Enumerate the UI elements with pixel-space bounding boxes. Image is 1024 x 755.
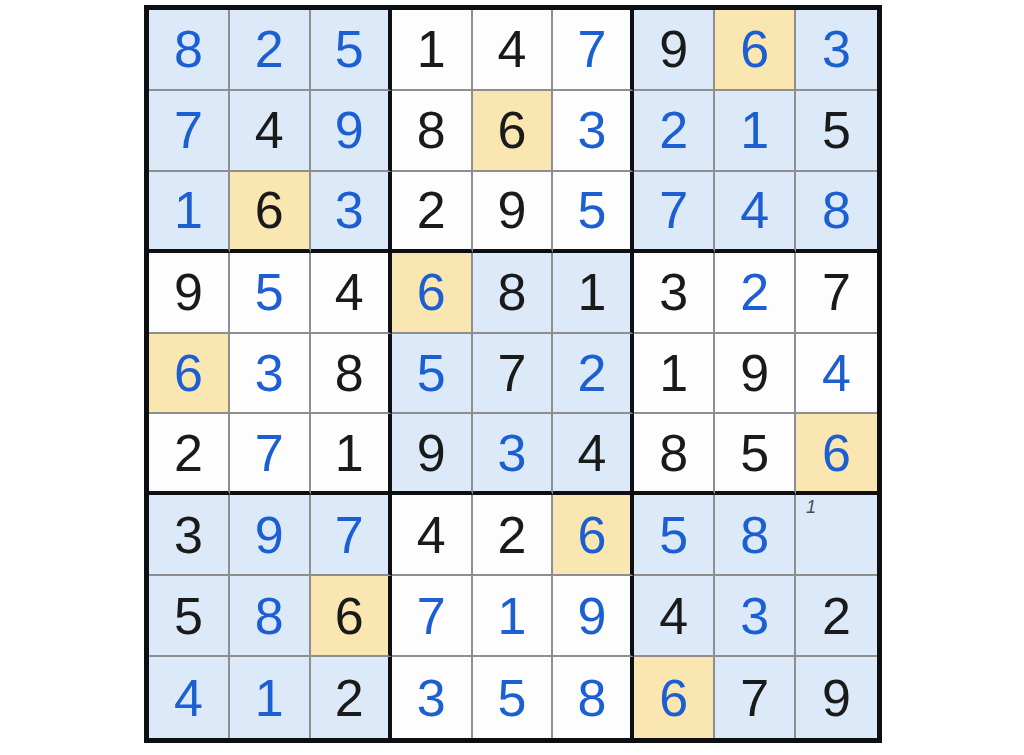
digit: 6 <box>255 184 284 236</box>
cell-r5c3[interactable]: 8 <box>311 334 392 415</box>
cell-r5c9[interactable]: 4 <box>796 334 877 415</box>
cell-r3c9[interactable]: 8 <box>796 172 877 253</box>
digit: 7 <box>577 23 606 75</box>
digit: 8 <box>822 184 851 236</box>
cell-r7c2[interactable]: 9 <box>230 495 311 576</box>
cell-r3c2[interactable]: 6 <box>230 172 311 253</box>
digit: 3 <box>822 23 851 75</box>
cell-r2c9[interactable]: 5 <box>796 91 877 172</box>
digit: 8 <box>498 266 527 318</box>
cell-r9c3[interactable]: 2 <box>311 657 392 738</box>
cell-r9c7[interactable]: 6 <box>634 657 715 738</box>
cell-r4c5[interactable]: 8 <box>473 253 554 334</box>
digit: 7 <box>417 590 446 642</box>
digit: 3 <box>740 590 769 642</box>
digit: 4 <box>417 509 446 561</box>
cell-r5c1[interactable]: 6 <box>149 334 230 415</box>
digit: 6 <box>498 104 527 156</box>
cell-r6c3[interactable]: 1 <box>311 414 392 495</box>
digit: 1 <box>498 590 527 642</box>
digit: 5 <box>659 509 688 561</box>
sudoku-page: 8251479637498632151632957489546813276385… <box>0 0 1024 755</box>
digit: 3 <box>335 184 364 236</box>
digit: 6 <box>740 23 769 75</box>
cell-r5c5[interactable]: 7 <box>473 334 554 415</box>
cell-r4c6[interactable]: 1 <box>553 253 634 334</box>
cell-r3c6[interactable]: 5 <box>553 172 634 253</box>
cell-r4c3[interactable]: 4 <box>311 253 392 334</box>
cell-r8c9[interactable]: 2 <box>796 576 877 657</box>
digit: 1 <box>577 266 606 318</box>
digit: 9 <box>740 347 769 399</box>
digit: 5 <box>417 347 446 399</box>
digit: 8 <box>335 347 364 399</box>
digit: 9 <box>174 266 203 318</box>
cell-r4c1[interactable]: 9 <box>149 253 230 334</box>
digit: 2 <box>740 266 769 318</box>
sudoku-board: 8251479637498632151632957489546813276385… <box>144 5 882 743</box>
cell-r4c7[interactable]: 3 <box>634 253 715 334</box>
digit: 2 <box>498 509 527 561</box>
digit: 9 <box>255 509 284 561</box>
digit: 1 <box>335 427 364 479</box>
cell-r8c5[interactable]: 1 <box>473 576 554 657</box>
digit: 3 <box>498 427 527 479</box>
cell-r1c1[interactable]: 8 <box>149 10 230 91</box>
digit: 8 <box>255 590 284 642</box>
cell-r8c8[interactable]: 3 <box>715 576 796 657</box>
cell-r6c7[interactable]: 8 <box>634 414 715 495</box>
digit: 8 <box>577 672 606 724</box>
digit: 2 <box>577 347 606 399</box>
digit: 4 <box>659 590 688 642</box>
cell-r8c7[interactable]: 4 <box>634 576 715 657</box>
digit: 5 <box>822 104 851 156</box>
cell-r8c4[interactable]: 7 <box>392 576 473 657</box>
cell-r2c3[interactable]: 9 <box>311 91 392 172</box>
cell-r7c3[interactable]: 7 <box>311 495 392 576</box>
cell-r4c4[interactable]: 6 <box>392 253 473 334</box>
digit: 8 <box>417 104 446 156</box>
cell-r1c8[interactable]: 6 <box>715 10 796 91</box>
cell-r3c8[interactable]: 4 <box>715 172 796 253</box>
cell-r3c7[interactable]: 7 <box>634 172 715 253</box>
cell-r2c7[interactable]: 2 <box>634 91 715 172</box>
digit: 5 <box>498 672 527 724</box>
cell-r5c4[interactable]: 5 <box>392 334 473 415</box>
cell-r1c3[interactable]: 5 <box>311 10 392 91</box>
cell-r7c1[interactable]: 3 <box>149 495 230 576</box>
digit: 2 <box>659 104 688 156</box>
cell-r9c2[interactable]: 1 <box>230 657 311 738</box>
cell-r6c2[interactable]: 7 <box>230 414 311 495</box>
cell-r4c8[interactable]: 2 <box>715 253 796 334</box>
digit: 1 <box>740 104 769 156</box>
cell-r8c2[interactable]: 8 <box>230 576 311 657</box>
digit: 3 <box>255 347 284 399</box>
digit: 7 <box>174 104 203 156</box>
cell-r6c5[interactable]: 3 <box>473 414 554 495</box>
digit: 6 <box>822 427 851 479</box>
cell-r1c6[interactable]: 7 <box>553 10 634 91</box>
cell-r7c9[interactable]: 1 <box>796 495 877 576</box>
cell-r5c6[interactable]: 2 <box>553 334 634 415</box>
digit: 8 <box>659 427 688 479</box>
digit: 1 <box>255 672 284 724</box>
cell-r3c5[interactable]: 9 <box>473 172 554 253</box>
digit: 3 <box>417 672 446 724</box>
digit: 8 <box>174 23 203 75</box>
digit: 3 <box>659 266 688 318</box>
digit: 7 <box>659 184 688 236</box>
cell-r2c6[interactable]: 3 <box>553 91 634 172</box>
digit: 2 <box>335 672 364 724</box>
digit: 2 <box>417 184 446 236</box>
cell-r7c5[interactable]: 2 <box>473 495 554 576</box>
digit: 6 <box>659 672 688 724</box>
digit: 7 <box>822 266 851 318</box>
digit: 7 <box>740 672 769 724</box>
cell-r2c8[interactable]: 1 <box>715 91 796 172</box>
cell-r9c5[interactable]: 5 <box>473 657 554 738</box>
digit: 4 <box>335 266 364 318</box>
digit: 9 <box>335 104 364 156</box>
digit: 2 <box>255 23 284 75</box>
digit: 5 <box>174 590 203 642</box>
digit: 9 <box>498 184 527 236</box>
cell-r3c1[interactable]: 1 <box>149 172 230 253</box>
cell-r9c1[interactable]: 4 <box>149 657 230 738</box>
cell-r6c1[interactable]: 2 <box>149 414 230 495</box>
digit: 5 <box>740 427 769 479</box>
cell-r8c1[interactable]: 5 <box>149 576 230 657</box>
cell-r9c9[interactable]: 9 <box>796 657 877 738</box>
cell-r1c4[interactable]: 1 <box>392 10 473 91</box>
cell-r7c7[interactable]: 5 <box>634 495 715 576</box>
digit: 6 <box>417 266 446 318</box>
digit: 4 <box>822 347 851 399</box>
cell-r9c8[interactable]: 7 <box>715 657 796 738</box>
digit: 1 <box>417 23 446 75</box>
cell-r3c3[interactable]: 3 <box>311 172 392 253</box>
digit: 1 <box>659 347 688 399</box>
cell-r8c6[interactable]: 9 <box>553 576 634 657</box>
cell-r5c8[interactable]: 9 <box>715 334 796 415</box>
digit: 6 <box>174 347 203 399</box>
cell-r2c2[interactable]: 4 <box>230 91 311 172</box>
digit: 4 <box>577 427 606 479</box>
digit: 8 <box>740 509 769 561</box>
digit: 1 <box>174 184 203 236</box>
cell-r5c2[interactable]: 3 <box>230 334 311 415</box>
cell-r8c3[interactable]: 6 <box>311 576 392 657</box>
cell-r2c5[interactable]: 6 <box>473 91 554 172</box>
digit: 7 <box>255 427 284 479</box>
cell-r1c7[interactable]: 9 <box>634 10 715 91</box>
digit: 4 <box>740 184 769 236</box>
digit: 6 <box>577 509 606 561</box>
cell-r6c9[interactable]: 6 <box>796 414 877 495</box>
cell-r4c2[interactable]: 5 <box>230 253 311 334</box>
digit: 9 <box>577 590 606 642</box>
digit: 5 <box>255 266 284 318</box>
cell-r7c8[interactable]: 8 <box>715 495 796 576</box>
digit: 9 <box>822 672 851 724</box>
cell-r4c9[interactable]: 7 <box>796 253 877 334</box>
digit: 2 <box>822 590 851 642</box>
cell-r7c6[interactable]: 6 <box>553 495 634 576</box>
cell-r7c4[interactable]: 4 <box>392 495 473 576</box>
digit: 9 <box>659 23 688 75</box>
digit: 5 <box>335 23 364 75</box>
digit: 9 <box>417 427 446 479</box>
cell-r1c2[interactable]: 2 <box>230 10 311 91</box>
cell-r6c6[interactable]: 4 <box>553 414 634 495</box>
pencil-note: 1 <box>806 498 816 516</box>
cell-r9c4[interactable]: 3 <box>392 657 473 738</box>
cell-r1c5[interactable]: 4 <box>473 10 554 91</box>
digit: 4 <box>174 672 203 724</box>
cell-r6c4[interactable]: 9 <box>392 414 473 495</box>
digit: 4 <box>498 23 527 75</box>
digit: 2 <box>174 427 203 479</box>
digit: 7 <box>335 509 364 561</box>
digit: 3 <box>174 509 203 561</box>
cell-r2c4[interactable]: 8 <box>392 91 473 172</box>
cell-r6c8[interactable]: 5 <box>715 414 796 495</box>
cell-r1c9[interactable]: 3 <box>796 10 877 91</box>
cell-r2c1[interactable]: 7 <box>149 91 230 172</box>
digit: 4 <box>255 104 284 156</box>
cell-r5c7[interactable]: 1 <box>634 334 715 415</box>
cell-r9c6[interactable]: 8 <box>553 657 634 738</box>
digit: 5 <box>577 184 606 236</box>
digit: 3 <box>577 104 606 156</box>
digit: 6 <box>335 590 364 642</box>
digit: 7 <box>498 347 527 399</box>
cell-r3c4[interactable]: 2 <box>392 172 473 253</box>
